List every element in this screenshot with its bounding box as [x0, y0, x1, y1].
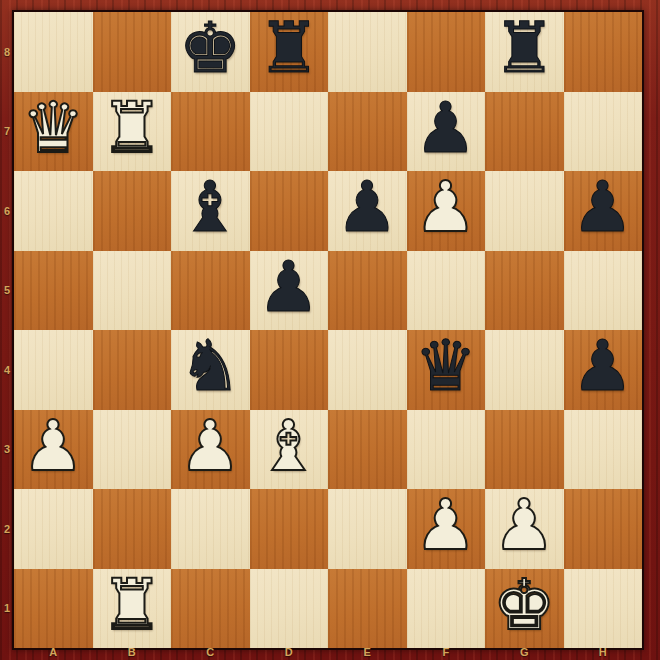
rank-label-7: 7: [0, 125, 14, 137]
square-a1[interactable]: [14, 569, 93, 649]
piece-white-king[interactable]: ♚: [493, 566, 556, 645]
square-b7[interactable]: ♜: [93, 92, 172, 172]
square-e2[interactable]: [328, 489, 407, 569]
piece-black-pawn[interactable]: ♟: [414, 89, 477, 168]
square-b5[interactable]: [93, 251, 172, 331]
square-f1[interactable]: [407, 569, 486, 649]
piece-white-queen[interactable]: ♛: [22, 89, 85, 168]
square-a2[interactable]: [14, 489, 93, 569]
square-a4[interactable]: [14, 330, 93, 410]
square-d1[interactable]: [250, 569, 329, 649]
square-h7[interactable]: [564, 92, 643, 172]
square-d2[interactable]: [250, 489, 329, 569]
square-h6[interactable]: ♟: [564, 171, 643, 251]
piece-black-queen[interactable]: ♛: [414, 327, 477, 406]
square-g3[interactable]: [485, 410, 564, 490]
square-g6[interactable]: [485, 171, 564, 251]
square-a7[interactable]: ♛: [14, 92, 93, 172]
square-h1[interactable]: [564, 569, 643, 649]
square-a8[interactable]: [14, 12, 93, 92]
square-b4[interactable]: [93, 330, 172, 410]
piece-black-pawn[interactable]: ♟: [257, 248, 320, 327]
file-label-h: H: [564, 647, 643, 659]
piece-black-pawn[interactable]: ♟: [336, 168, 399, 247]
square-c6[interactable]: ♝: [171, 171, 250, 251]
piece-white-bishop[interactable]: ♝: [257, 407, 320, 486]
square-e8[interactable]: [328, 12, 407, 92]
piece-black-pawn[interactable]: ♟: [571, 327, 634, 406]
chess-board: ♚♜♜♛♜♟♝♟♟♟♟♞♛♟♟♟♝♟♟♜♚: [12, 10, 644, 650]
square-c2[interactable]: [171, 489, 250, 569]
square-b8[interactable]: [93, 12, 172, 92]
piece-white-pawn[interactable]: ♟: [22, 407, 85, 486]
square-d6[interactable]: [250, 171, 329, 251]
square-h8[interactable]: [564, 12, 643, 92]
square-d5[interactable]: ♟: [250, 251, 329, 331]
piece-black-rook[interactable]: ♜: [493, 9, 556, 88]
rank-label-8: 8: [0, 46, 14, 58]
piece-white-pawn[interactable]: ♟: [493, 486, 556, 565]
square-f7[interactable]: ♟: [407, 92, 486, 172]
piece-white-rook[interactable]: ♜: [100, 89, 163, 168]
square-g2[interactable]: ♟: [485, 489, 564, 569]
square-b2[interactable]: [93, 489, 172, 569]
square-c3[interactable]: ♟: [171, 410, 250, 490]
square-g7[interactable]: [485, 92, 564, 172]
file-label-d: D: [250, 647, 329, 659]
square-b1[interactable]: ♜: [93, 569, 172, 649]
square-e6[interactable]: ♟: [328, 171, 407, 251]
square-c1[interactable]: [171, 569, 250, 649]
file-label-g: G: [485, 647, 564, 659]
square-h3[interactable]: [564, 410, 643, 490]
piece-black-rook[interactable]: ♜: [257, 9, 320, 88]
square-e1[interactable]: [328, 569, 407, 649]
square-h4[interactable]: ♟: [564, 330, 643, 410]
rank-label-1: 1: [0, 602, 14, 614]
square-a3[interactable]: ♟: [14, 410, 93, 490]
file-label-c: C: [171, 647, 250, 659]
piece-white-pawn[interactable]: ♟: [414, 168, 477, 247]
square-a6[interactable]: [14, 171, 93, 251]
file-label-a: A: [14, 647, 93, 659]
square-d3[interactable]: ♝: [250, 410, 329, 490]
square-c4[interactable]: ♞: [171, 330, 250, 410]
square-c7[interactable]: [171, 92, 250, 172]
square-d8[interactable]: ♜: [250, 12, 329, 92]
square-h2[interactable]: [564, 489, 643, 569]
square-g8[interactable]: ♜: [485, 12, 564, 92]
square-f4[interactable]: ♛: [407, 330, 486, 410]
square-e3[interactable]: [328, 410, 407, 490]
file-label-f: F: [407, 647, 486, 659]
square-g5[interactable]: [485, 251, 564, 331]
square-c5[interactable]: [171, 251, 250, 331]
rank-label-6: 6: [0, 205, 14, 217]
square-e4[interactable]: [328, 330, 407, 410]
square-g4[interactable]: [485, 330, 564, 410]
square-d4[interactable]: [250, 330, 329, 410]
piece-white-pawn[interactable]: ♟: [414, 486, 477, 565]
square-e5[interactable]: [328, 251, 407, 331]
piece-white-pawn[interactable]: ♟: [179, 407, 242, 486]
rank-label-3: 3: [0, 443, 14, 455]
square-d7[interactable]: [250, 92, 329, 172]
rank-label-5: 5: [0, 284, 14, 296]
square-c8[interactable]: ♚: [171, 12, 250, 92]
square-a5[interactable]: [14, 251, 93, 331]
square-f5[interactable]: [407, 251, 486, 331]
square-e7[interactable]: [328, 92, 407, 172]
piece-black-pawn[interactable]: ♟: [571, 168, 634, 247]
file-label-b: B: [93, 647, 172, 659]
rank-label-2: 2: [0, 523, 14, 535]
square-g1[interactable]: ♚: [485, 569, 564, 649]
square-f6[interactable]: ♟: [407, 171, 486, 251]
piece-black-knight[interactable]: ♞: [179, 327, 242, 406]
square-f8[interactable]: [407, 12, 486, 92]
square-b3[interactable]: [93, 410, 172, 490]
square-f3[interactable]: [407, 410, 486, 490]
piece-black-king[interactable]: ♚: [179, 9, 242, 88]
piece-black-bishop[interactable]: ♝: [179, 168, 242, 247]
square-h5[interactable]: [564, 251, 643, 331]
rank-label-4: 4: [0, 364, 14, 376]
board-frame: ♚♜♜♛♜♟♝♟♟♟♟♞♛♟♟♟♝♟♟♜♚ 87654321 ABCDEFGH: [0, 0, 660, 660]
square-b6[interactable]: [93, 171, 172, 251]
file-label-e: E: [328, 647, 407, 659]
square-f2[interactable]: ♟: [407, 489, 486, 569]
piece-white-rook[interactable]: ♜: [100, 566, 163, 645]
